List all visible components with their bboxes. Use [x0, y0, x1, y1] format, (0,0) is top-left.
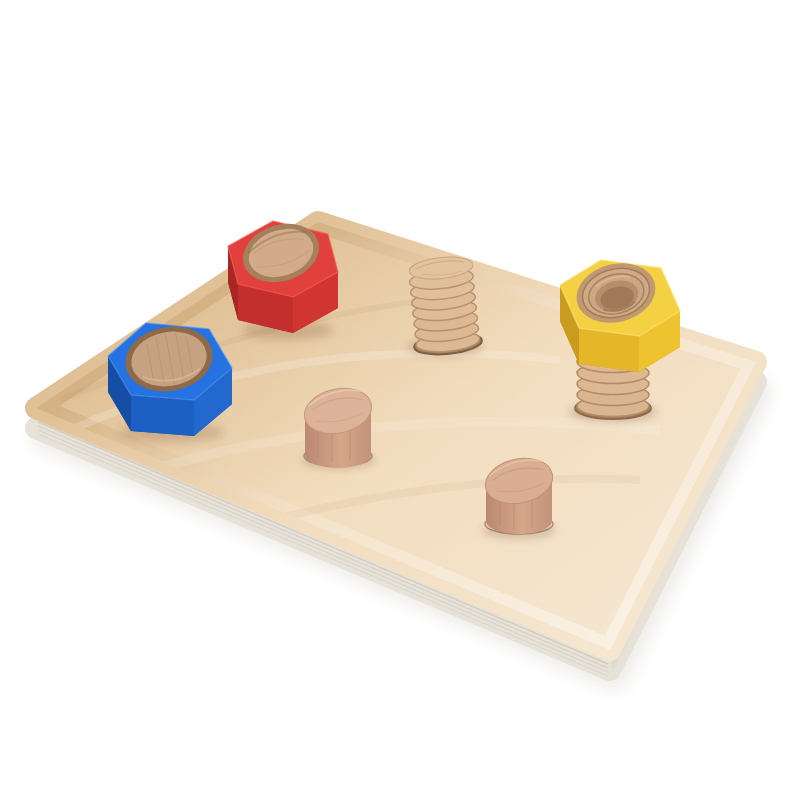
- product-photo: [0, 0, 800, 800]
- toy-scene-svg: [0, 0, 800, 800]
- red-nut: [228, 214, 338, 333]
- bolt-thread-ribs: [408, 266, 480, 354]
- blue-nut-face-left: [131, 395, 194, 436]
- yellow-nut: [560, 255, 680, 372]
